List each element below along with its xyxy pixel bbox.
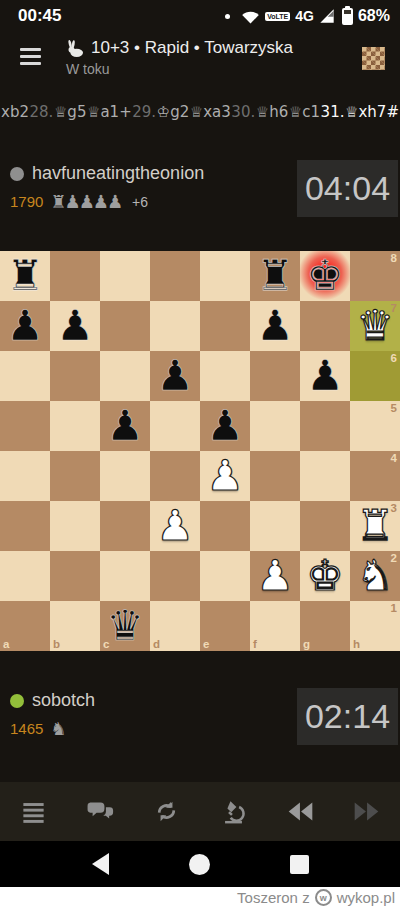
watermark: Toszeron z w wykop.pl bbox=[0, 887, 400, 908]
rabbit-icon bbox=[66, 39, 85, 58]
square-e8[interactable] bbox=[200, 251, 250, 301]
online-status-dot bbox=[10, 167, 24, 181]
square-f3[interactable] bbox=[250, 501, 300, 551]
square-e7[interactable] bbox=[200, 301, 250, 351]
android-recents-icon[interactable] bbox=[290, 855, 309, 874]
file-label: d bbox=[153, 638, 160, 650]
move-token[interactable]: 28. bbox=[30, 103, 54, 121]
square-a5[interactable] bbox=[0, 401, 50, 451]
square-b4[interactable] bbox=[50, 451, 100, 501]
notification-dot-icon bbox=[225, 14, 230, 19]
square-d8[interactable] bbox=[150, 251, 200, 301]
square-g5[interactable] bbox=[300, 401, 350, 451]
white-pawn: ♟ bbox=[250, 551, 300, 601]
file-label: c bbox=[103, 638, 109, 650]
move-token[interactable]: ♕c1 bbox=[289, 103, 320, 121]
square-g4[interactable] bbox=[300, 451, 350, 501]
file-label: h bbox=[353, 638, 360, 650]
black-pawn: ♟ bbox=[0, 301, 50, 351]
move-token[interactable]: ♕h6 bbox=[256, 103, 289, 121]
chat-button[interactable] bbox=[67, 782, 134, 841]
square-g3[interactable] bbox=[300, 501, 350, 551]
square-a2[interactable] bbox=[0, 551, 50, 601]
fast-forward-icon bbox=[353, 798, 380, 825]
square-h7[interactable]: ♛7 bbox=[350, 301, 400, 351]
square-f7[interactable]: ♟ bbox=[250, 301, 300, 351]
square-g6[interactable]: ♟ bbox=[300, 351, 350, 401]
square-h5[interactable]: 5 bbox=[350, 401, 400, 451]
move-token[interactable]: xb2 bbox=[1, 103, 29, 121]
move-list: xb228.♕g5♕a1+29.♔g2♕xa330.♕h6♕c131.♕xh7# bbox=[0, 101, 400, 123]
file-label: g bbox=[303, 638, 310, 650]
square-c7[interactable] bbox=[100, 301, 150, 351]
flip-board-button[interactable] bbox=[133, 782, 200, 841]
captured-top: ♜♟♟♟♟ bbox=[50, 191, 121, 212]
battery-icon bbox=[342, 8, 353, 25]
move-list-button[interactable] bbox=[0, 782, 67, 841]
square-d2[interactable] bbox=[150, 551, 200, 601]
clock-time: 00:45 bbox=[18, 6, 61, 26]
white-pawn: ♟ bbox=[200, 451, 250, 501]
black-pawn: ♟ bbox=[250, 301, 300, 351]
square-e1[interactable]: e bbox=[200, 601, 250, 651]
wykop-logo-icon: w bbox=[315, 889, 332, 906]
network-type-label: 4G bbox=[295, 8, 314, 24]
black-pawn: ♟ bbox=[150, 351, 200, 401]
rank-label: 2 bbox=[391, 552, 397, 564]
android-nav-bar bbox=[0, 841, 400, 887]
analysis-button[interactable] bbox=[200, 782, 267, 841]
square-f1[interactable]: f bbox=[250, 601, 300, 651]
square-b7[interactable]: ♟ bbox=[50, 301, 100, 351]
battery-percent-label: 68% bbox=[358, 7, 390, 25]
move-token[interactable]: ♕xh7# bbox=[345, 103, 399, 121]
square-c5[interactable]: ♟ bbox=[100, 401, 150, 451]
player-bottom-name: sobotch bbox=[32, 690, 95, 711]
flip-icon bbox=[153, 798, 180, 825]
black-pawn: ♟ bbox=[100, 401, 150, 451]
file-label: f bbox=[253, 638, 257, 650]
move-token[interactable]: ♕g5 bbox=[54, 103, 87, 121]
square-d3[interactable]: ♟ bbox=[150, 501, 200, 551]
file-label: a bbox=[3, 638, 9, 650]
black-rook: ♜ bbox=[0, 251, 50, 301]
white-king: ♚ bbox=[300, 551, 350, 601]
fast-rewind-icon bbox=[287, 798, 314, 825]
square-h2[interactable]: ♞2 bbox=[350, 551, 400, 601]
game-info-title: 10+3 • Rapid • Towarzyska bbox=[91, 38, 293, 58]
forward-button[interactable] bbox=[333, 782, 400, 841]
square-b3[interactable] bbox=[50, 501, 100, 551]
android-home-icon[interactable] bbox=[189, 854, 210, 875]
player-bottom[interactable]: sobotch 1465 ♞ bbox=[10, 690, 290, 739]
square-h6[interactable]: 6 bbox=[350, 351, 400, 401]
square-h3[interactable]: ♜3 bbox=[350, 501, 400, 551]
square-f2[interactable]: ♟ bbox=[250, 551, 300, 601]
square-c1[interactable]: ♛c bbox=[100, 601, 150, 651]
captured-piece-icon: ♟ bbox=[79, 191, 93, 212]
square-d5[interactable] bbox=[150, 401, 200, 451]
square-g7[interactable] bbox=[300, 301, 350, 351]
file-label: e bbox=[203, 638, 209, 650]
square-e3[interactable] bbox=[200, 501, 250, 551]
square-c4[interactable] bbox=[100, 451, 150, 501]
rank-label: 7 bbox=[391, 302, 397, 314]
move-token[interactable]: ♕xa3 bbox=[190, 103, 231, 121]
square-c8[interactable] bbox=[100, 251, 150, 301]
game-title-block: 10+3 • Rapid • Towarzyska W toku bbox=[66, 38, 293, 77]
clock-top: 04:04 bbox=[297, 160, 398, 217]
black-pawn: ♟ bbox=[50, 301, 100, 351]
board-thumbnail-icon[interactable] bbox=[362, 47, 385, 70]
square-f6[interactable] bbox=[250, 351, 300, 401]
status-bar: 00:45 VoLTE 4G 68% bbox=[0, 0, 400, 32]
square-f5[interactable] bbox=[250, 401, 300, 451]
wifi-icon bbox=[241, 9, 260, 24]
square-d6[interactable]: ♟ bbox=[150, 351, 200, 401]
move-token[interactable]: ♔g2 bbox=[157, 103, 190, 121]
watermark-brand: wykop.pl bbox=[337, 889, 395, 906]
square-f4[interactable] bbox=[250, 451, 300, 501]
square-h1[interactable]: h1 bbox=[350, 601, 400, 651]
rank-label: 5 bbox=[391, 402, 397, 414]
signal-strength-icon bbox=[319, 8, 335, 24]
white-pawn: ♟ bbox=[150, 501, 200, 551]
black-pawn: ♟ bbox=[300, 351, 350, 401]
menu-hamburger-icon[interactable] bbox=[20, 48, 41, 65]
square-h8[interactable]: 8 bbox=[350, 251, 400, 301]
captured-bottom: ♞ bbox=[50, 718, 64, 739]
rank-label: 6 bbox=[391, 352, 397, 364]
rank-label: 1 bbox=[391, 602, 397, 614]
square-a6[interactable] bbox=[0, 351, 50, 401]
watermark-text: Toszeron z bbox=[237, 889, 310, 906]
square-d1[interactable]: d bbox=[150, 601, 200, 651]
square-e6[interactable] bbox=[200, 351, 250, 401]
rewind-button[interactable] bbox=[267, 782, 334, 841]
rank-label: 8 bbox=[391, 252, 397, 264]
game-status-label: W toku bbox=[66, 61, 293, 77]
player-top-rating: 1790 bbox=[10, 193, 43, 210]
app-screen: 00:45 VoLTE 4G 68% 10+3 • Rapid • Towarz… bbox=[0, 0, 400, 908]
chat-bubbles-icon bbox=[87, 798, 114, 825]
square-e4[interactable]: ♟ bbox=[200, 451, 250, 501]
list-icon bbox=[20, 798, 47, 825]
captured-piece-icon: ♟ bbox=[93, 191, 107, 212]
square-g8[interactable]: ♚ bbox=[300, 251, 350, 301]
black-rook: ♜ bbox=[250, 251, 300, 301]
square-b6[interactable] bbox=[50, 351, 100, 401]
square-e2[interactable] bbox=[200, 551, 250, 601]
player-bottom-rating: 1465 bbox=[10, 720, 43, 737]
square-a8[interactable]: ♜ bbox=[0, 251, 50, 301]
square-e5[interactable]: ♟ bbox=[200, 401, 250, 451]
rank-label: 4 bbox=[391, 452, 397, 464]
square-h4[interactable]: 4 bbox=[350, 451, 400, 501]
file-label: b bbox=[53, 638, 60, 650]
captured-piece-icon: ♟ bbox=[65, 191, 79, 212]
captured-piece-icon: ♞ bbox=[50, 718, 64, 739]
captured-piece-icon: ♜ bbox=[50, 191, 64, 212]
square-d4[interactable] bbox=[150, 451, 200, 501]
square-b8[interactable] bbox=[50, 251, 100, 301]
android-back-icon[interactable] bbox=[92, 853, 109, 875]
board: ♜♜♚8♟♟♟♛7♟♟6♟♟5♟4♟♜3♟♚♞2ab♛cdefgh1 bbox=[0, 251, 400, 651]
black-pawn: ♟ bbox=[200, 401, 250, 451]
square-g2[interactable]: ♚ bbox=[300, 551, 350, 601]
player-top-name: havfuneatingtheonion bbox=[32, 163, 204, 184]
black-king: ♚ bbox=[300, 251, 350, 301]
square-a3[interactable] bbox=[0, 501, 50, 551]
captured-piece-icon: ♟ bbox=[107, 191, 121, 212]
square-c3[interactable] bbox=[100, 501, 150, 551]
material-advantage-label: +6 bbox=[132, 194, 148, 210]
player-top[interactable]: havfuneatingtheonion 1790 ♜♟♟♟♟ +6 bbox=[10, 163, 290, 212]
move-token[interactable]: 30. bbox=[231, 103, 255, 121]
move-token[interactable]: 29. bbox=[132, 103, 156, 121]
square-c6[interactable] bbox=[100, 351, 150, 401]
volte-badge: VoLTE bbox=[265, 12, 290, 21]
move-token[interactable]: ♕a1+ bbox=[87, 103, 132, 121]
rank-label: 3 bbox=[391, 502, 397, 514]
square-d7[interactable] bbox=[150, 301, 200, 351]
square-f8[interactable]: ♜ bbox=[250, 251, 300, 301]
square-b2[interactable] bbox=[50, 551, 100, 601]
app-bar: 10+3 • Rapid • Towarzyska W toku bbox=[0, 32, 400, 98]
online-status-dot bbox=[10, 694, 24, 708]
square-c2[interactable] bbox=[100, 551, 150, 601]
square-a4[interactable] bbox=[0, 451, 50, 501]
clock-bottom: 02:14 bbox=[297, 688, 398, 745]
square-b1[interactable]: b bbox=[50, 601, 100, 651]
microscope-icon bbox=[220, 798, 247, 825]
bottom-toolbar bbox=[0, 782, 400, 841]
square-a1[interactable]: a bbox=[0, 601, 50, 651]
move-token[interactable]: 31. bbox=[321, 103, 345, 121]
square-b5[interactable] bbox=[50, 401, 100, 451]
square-a7[interactable]: ♟ bbox=[0, 301, 50, 351]
square-g1[interactable]: g bbox=[300, 601, 350, 651]
